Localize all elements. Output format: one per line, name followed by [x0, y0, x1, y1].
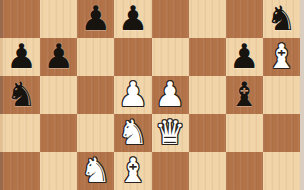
square-e7[interactable] — [152, 0, 189, 38]
piece-black-pawn[interactable]: ♟ — [43, 37, 73, 75]
square-b6[interactable]: ♟ — [40, 38, 77, 76]
piece-black-pawn[interactable]: ♟ — [229, 37, 259, 75]
chess-app-screen: ♟♟♞♟♟♟♝♞♟♟♝♞♛♞♝ — [0, 0, 304, 190]
piece-black-bishop[interactable]: ♝ — [229, 75, 259, 113]
square-a3[interactable] — [3, 152, 40, 190]
square-f3[interactable] — [189, 152, 226, 190]
square-a4[interactable] — [3, 114, 40, 152]
piece-white-pawn[interactable]: ♟ — [118, 75, 148, 113]
square-f6[interactable] — [189, 38, 226, 76]
square-e3[interactable] — [152, 152, 189, 190]
square-h3[interactable] — [263, 152, 300, 190]
square-h5[interactable] — [263, 76, 300, 114]
square-c4[interactable] — [77, 114, 114, 152]
square-e5[interactable]: ♟ — [152, 76, 189, 114]
square-b3[interactable] — [40, 152, 77, 190]
square-d4[interactable]: ♞ — [114, 114, 151, 152]
square-d7[interactable]: ♟ — [114, 0, 151, 38]
square-g7[interactable] — [226, 0, 263, 38]
piece-black-pawn[interactable]: ♟ — [6, 37, 36, 75]
square-a7[interactable] — [3, 0, 40, 38]
square-g3[interactable] — [226, 152, 263, 190]
piece-black-knight[interactable]: ♞ — [266, 0, 296, 37]
piece-white-pawn[interactable]: ♟ — [155, 75, 185, 113]
square-f5[interactable] — [189, 76, 226, 114]
square-c7[interactable]: ♟ — [77, 0, 114, 38]
square-h6[interactable]: ♝ — [263, 38, 300, 76]
piece-black-knight[interactable]: ♞ — [6, 75, 36, 113]
square-e4[interactable]: ♛ — [152, 114, 189, 152]
square-c6[interactable] — [77, 38, 114, 76]
piece-white-queen[interactable]: ♛ — [155, 113, 185, 151]
piece-white-knight[interactable]: ♞ — [81, 151, 111, 189]
piece-white-bishop[interactable]: ♝ — [266, 37, 296, 75]
square-c5[interactable] — [77, 76, 114, 114]
square-b4[interactable] — [40, 114, 77, 152]
square-g5[interactable]: ♝ — [226, 76, 263, 114]
square-b5[interactable] — [40, 76, 77, 114]
square-a5[interactable]: ♞ — [3, 76, 40, 114]
square-b7[interactable] — [40, 0, 77, 38]
square-e6[interactable] — [152, 38, 189, 76]
board[interactable]: ♟♟♞♟♟♟♝♞♟♟♝♞♛♞♝ — [3, 0, 300, 190]
piece-white-bishop[interactable]: ♝ — [118, 151, 148, 189]
square-d5[interactable]: ♟ — [114, 76, 151, 114]
square-g6[interactable]: ♟ — [226, 38, 263, 76]
piece-white-knight[interactable]: ♞ — [118, 113, 148, 151]
square-a6[interactable]: ♟ — [3, 38, 40, 76]
square-c3[interactable]: ♞ — [77, 152, 114, 190]
square-d3[interactable]: ♝ — [114, 152, 151, 190]
piece-black-pawn[interactable]: ♟ — [118, 0, 148, 37]
square-h7[interactable]: ♞ — [263, 0, 300, 38]
square-g4[interactable] — [226, 114, 263, 152]
square-h4[interactable] — [263, 114, 300, 152]
square-f4[interactable] — [189, 114, 226, 152]
piece-black-pawn[interactable]: ♟ — [81, 0, 111, 37]
square-f7[interactable] — [189, 0, 226, 38]
square-d6[interactable] — [114, 38, 151, 76]
